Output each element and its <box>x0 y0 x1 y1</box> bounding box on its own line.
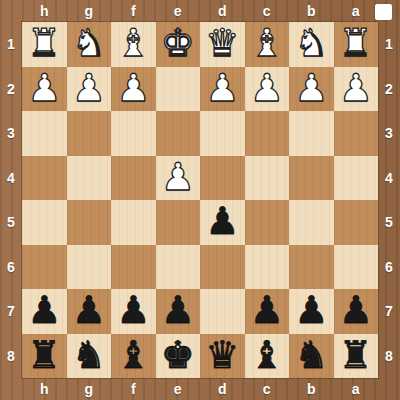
square-g6[interactable] <box>67 245 112 290</box>
square-a3[interactable] <box>334 111 379 156</box>
square-e2[interactable] <box>156 67 201 112</box>
square-d4[interactable] <box>200 156 245 201</box>
file-label-d: d <box>200 0 245 22</box>
file-label-a: a <box>334 378 379 400</box>
file-label-e: e <box>156 378 201 400</box>
white-knight-piece: ♞ <box>294 24 328 62</box>
square-a4[interactable] <box>334 156 379 201</box>
file-label-f: f <box>111 0 156 22</box>
square-c7[interactable]: ♟ <box>245 289 290 334</box>
rank-labels-left: 12345678 <box>0 22 22 378</box>
square-e6[interactable] <box>156 245 201 290</box>
black-pawn-piece: ♟ <box>27 291 61 329</box>
rank-label-3: 3 <box>378 111 400 156</box>
square-e5[interactable] <box>156 200 201 245</box>
square-d6[interactable] <box>200 245 245 290</box>
square-e8[interactable]: ♚ <box>156 334 201 379</box>
rank-label-3: 3 <box>0 111 22 156</box>
square-c8[interactable]: ♝ <box>245 334 290 379</box>
square-g2[interactable]: ♟ <box>67 67 112 112</box>
white-rook-piece: ♜ <box>339 24 373 62</box>
square-a1[interactable]: ♜ <box>334 22 379 67</box>
square-a7[interactable]: ♟ <box>334 289 379 334</box>
file-label-g: g <box>67 378 112 400</box>
square-c2[interactable]: ♟ <box>245 67 290 112</box>
white-pawn-piece: ♟ <box>250 69 284 107</box>
file-label-c: c <box>245 378 290 400</box>
square-e4[interactable]: ♟ <box>156 156 201 201</box>
rank-label-2: 2 <box>378 67 400 112</box>
square-g1[interactable]: ♞ <box>67 22 112 67</box>
black-pawn-piece: ♟ <box>72 291 106 329</box>
square-f6[interactable] <box>111 245 156 290</box>
square-a6[interactable] <box>334 245 379 290</box>
file-label-h: h <box>22 378 67 400</box>
square-g7[interactable]: ♟ <box>67 289 112 334</box>
rank-label-4: 4 <box>378 156 400 201</box>
black-knight-piece: ♞ <box>294 336 328 374</box>
file-label-a: a <box>334 0 379 22</box>
rank-label-8: 8 <box>378 334 400 379</box>
white-pawn-piece: ♟ <box>294 69 328 107</box>
square-c1[interactable]: ♝ <box>245 22 290 67</box>
white-pawn-piece: ♟ <box>205 69 239 107</box>
square-b6[interactable] <box>289 245 334 290</box>
square-c5[interactable] <box>245 200 290 245</box>
square-a8[interactable]: ♜ <box>334 334 379 379</box>
black-pawn-piece: ♟ <box>339 291 373 329</box>
rank-label-6: 6 <box>0 245 22 290</box>
square-h2[interactable]: ♟ <box>22 67 67 112</box>
square-h5[interactable] <box>22 200 67 245</box>
white-queen-piece: ♛ <box>205 24 239 62</box>
board-grid: ♜♞♝♚♛♝♞♜♟♟♟♟♟♟♟♟♟♟♟♟♟♟♟♟♜♞♝♚♛♝♞♜ <box>22 22 378 378</box>
square-b3[interactable] <box>289 111 334 156</box>
square-e1[interactable]: ♚ <box>156 22 201 67</box>
black-bishop-piece: ♝ <box>116 336 150 374</box>
rank-label-7: 7 <box>378 289 400 334</box>
square-g5[interactable] <box>67 200 112 245</box>
square-b8[interactable]: ♞ <box>289 334 334 379</box>
square-h4[interactable] <box>22 156 67 201</box>
square-e7[interactable]: ♟ <box>156 289 201 334</box>
square-h8[interactable]: ♜ <box>22 334 67 379</box>
rank-label-6: 6 <box>378 245 400 290</box>
rank-label-4: 4 <box>0 156 22 201</box>
square-f4[interactable] <box>111 156 156 201</box>
file-label-f: f <box>111 378 156 400</box>
square-f5[interactable] <box>111 200 156 245</box>
file-label-b: b <box>289 0 334 22</box>
square-b1[interactable]: ♞ <box>289 22 334 67</box>
square-f3[interactable] <box>111 111 156 156</box>
white-pawn-piece: ♟ <box>161 158 195 196</box>
file-label-h: h <box>22 0 67 22</box>
white-pawn-piece: ♟ <box>339 69 373 107</box>
white-pawn-piece: ♟ <box>72 69 106 107</box>
square-b7[interactable]: ♟ <box>289 289 334 334</box>
black-pawn-piece: ♟ <box>116 291 150 329</box>
black-bishop-piece: ♝ <box>250 336 284 374</box>
file-label-g: g <box>67 0 112 22</box>
square-d7[interactable] <box>200 289 245 334</box>
black-pawn-piece: ♟ <box>161 291 195 329</box>
rank-label-7: 7 <box>0 289 22 334</box>
file-label-c: c <box>245 0 290 22</box>
rank-labels-right: 12345678 <box>378 22 400 378</box>
black-pawn-piece: ♟ <box>205 202 239 240</box>
square-d2[interactable]: ♟ <box>200 67 245 112</box>
square-h6[interactable] <box>22 245 67 290</box>
square-f8[interactable]: ♝ <box>111 334 156 379</box>
square-a2[interactable]: ♟ <box>334 67 379 112</box>
white-pawn-piece: ♟ <box>116 69 150 107</box>
square-d3[interactable] <box>200 111 245 156</box>
black-knight-piece: ♞ <box>72 336 106 374</box>
rank-label-1: 1 <box>378 22 400 67</box>
file-label-d: d <box>200 378 245 400</box>
square-d5[interactable]: ♟ <box>200 200 245 245</box>
black-rook-piece: ♜ <box>27 336 61 374</box>
square-h1[interactable]: ♜ <box>22 22 67 67</box>
black-rook-piece: ♜ <box>339 336 373 374</box>
file-label-b: b <box>289 378 334 400</box>
square-g8[interactable]: ♞ <box>67 334 112 379</box>
white-rook-piece: ♜ <box>27 24 61 62</box>
square-b5[interactable] <box>289 200 334 245</box>
file-labels-top: hgfedcba <box>22 0 378 22</box>
square-f2[interactable]: ♟ <box>111 67 156 112</box>
square-a5[interactable] <box>334 200 379 245</box>
file-labels-bottom: hgfedcba <box>22 378 378 400</box>
square-g4[interactable] <box>67 156 112 201</box>
white-king-piece: ♚ <box>161 24 195 62</box>
rank-label-5: 5 <box>0 200 22 245</box>
rank-label-1: 1 <box>0 22 22 67</box>
rank-label-2: 2 <box>0 67 22 112</box>
black-pawn-piece: ♟ <box>250 291 284 329</box>
square-c3[interactable] <box>245 111 290 156</box>
square-c4[interactable] <box>245 156 290 201</box>
square-c6[interactable] <box>245 245 290 290</box>
file-label-e: e <box>156 0 201 22</box>
white-bishop-piece: ♝ <box>116 24 150 62</box>
square-b2[interactable]: ♟ <box>289 67 334 112</box>
rank-label-5: 5 <box>378 200 400 245</box>
rank-label-8: 8 <box>0 334 22 379</box>
white-bishop-piece: ♝ <box>250 24 284 62</box>
white-knight-piece: ♞ <box>72 24 106 62</box>
square-g3[interactable] <box>67 111 112 156</box>
chess-board: hgfedcba hgfedcba 12345678 12345678 ♜♞♝♚… <box>0 0 400 400</box>
square-d1[interactable]: ♛ <box>200 22 245 67</box>
square-h3[interactable] <box>22 111 67 156</box>
square-e3[interactable] <box>156 111 201 156</box>
white-pawn-piece: ♟ <box>27 69 61 107</box>
black-king-piece: ♚ <box>161 336 195 374</box>
square-b4[interactable] <box>289 156 334 201</box>
black-pawn-piece: ♟ <box>294 291 328 329</box>
square-d8[interactable]: ♛ <box>200 334 245 379</box>
square-f1[interactable]: ♝ <box>111 22 156 67</box>
black-queen-piece: ♛ <box>205 336 239 374</box>
square-f7[interactable]: ♟ <box>111 289 156 334</box>
square-h7[interactable]: ♟ <box>22 289 67 334</box>
